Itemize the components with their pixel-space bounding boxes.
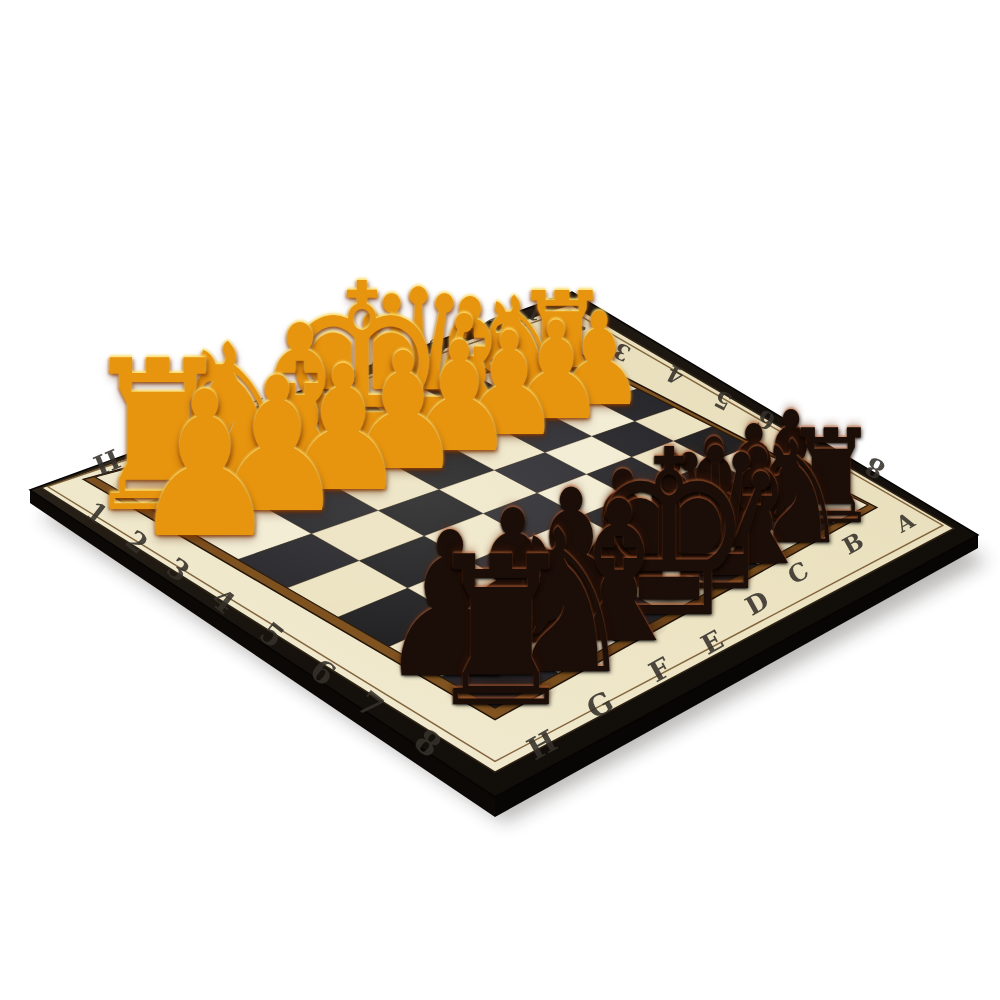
pieces-layer: ♜♞♟♝♟♛♟♚♟♝♟♞♟♟♜♟♟♜♟♟♞♟♝♛♟♚♟♝♟♞♟♜ [0,0,1000,1000]
piece-amber-pawn-h2[interactable]: ♟ [131,365,279,566]
scene: 1234567812345678HGFEDCBAHGFEDCBA ♜♞♟♝♟♛♟… [0,0,1000,1000]
piece-dark-rook-h8[interactable]: ♜ [425,529,577,736]
